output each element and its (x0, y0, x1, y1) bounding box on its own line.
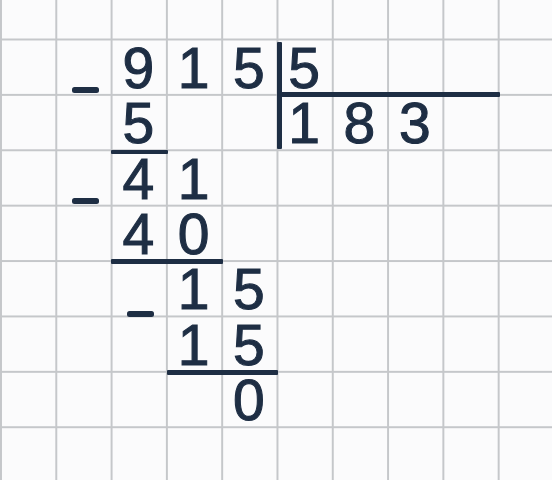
subtraction-line-step1 (111, 150, 168, 155)
step2-minuend-ones: 1 (166, 149, 221, 204)
step3-minuend-ones: 5 (221, 260, 276, 315)
squared-paper: 91555183414015150 (0, 0, 552, 480)
minus-sign-step3 (127, 311, 154, 317)
minus-sign-step1 (72, 87, 99, 93)
quotient-digit-hundreds: 1 (277, 94, 332, 149)
quotient-digit-tens: 8 (332, 94, 387, 149)
step1-subtrahend: 5 (111, 94, 166, 149)
step2-subtrahend-ones: 0 (166, 205, 221, 260)
division-bracket-horizontal (277, 92, 501, 97)
quotient-digit-ones: 3 (387, 94, 442, 149)
step2-minuend-tens: 4 (111, 149, 166, 204)
remainder-digit: 0 (221, 371, 276, 426)
divisor-digit: 5 (277, 39, 332, 94)
subtraction-line-step2 (111, 259, 223, 264)
step3-subtrahend-ones: 5 (221, 316, 276, 371)
step2-subtrahend-tens: 4 (111, 205, 166, 260)
minus-sign-step2 (72, 198, 99, 204)
dividend-digit-hundreds: 9 (111, 39, 166, 94)
subtraction-line-step3 (167, 370, 278, 375)
step3-subtrahend-tens: 1 (166, 316, 221, 371)
dividend-digit-ones: 5 (221, 39, 276, 94)
step3-minuend-tens: 1 (166, 260, 221, 315)
dividend-digit-tens: 1 (166, 39, 221, 94)
